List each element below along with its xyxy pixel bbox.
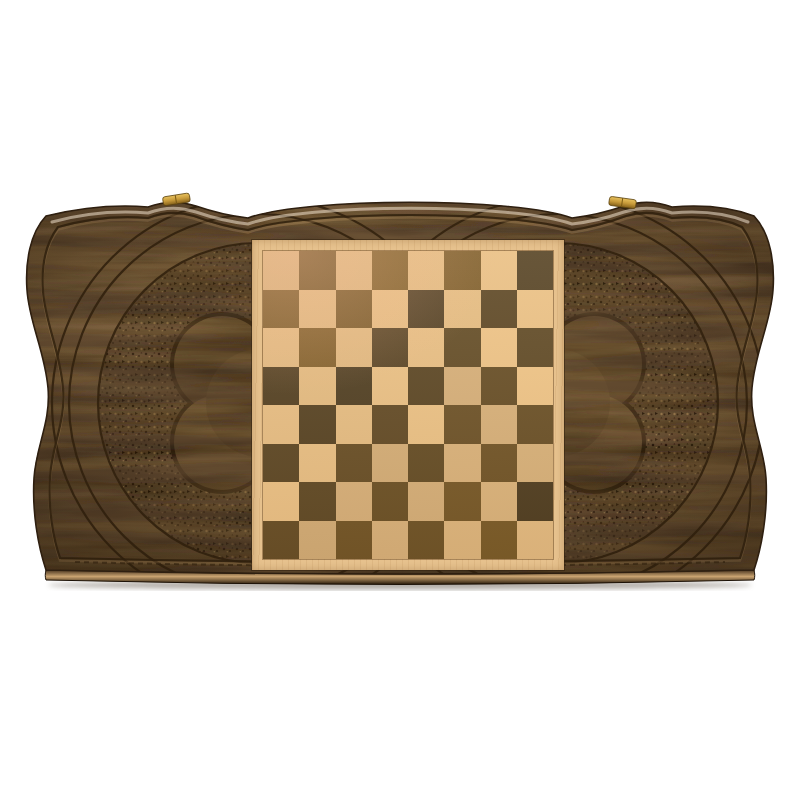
board-square xyxy=(444,444,480,483)
board-square xyxy=(408,251,444,290)
board-square xyxy=(408,328,444,367)
board-square xyxy=(299,444,335,483)
board-square xyxy=(372,444,408,483)
chessboard xyxy=(252,240,564,570)
board-square xyxy=(444,251,480,290)
board-square xyxy=(517,405,553,444)
board-square xyxy=(517,521,553,560)
board-square xyxy=(263,251,299,290)
board-square xyxy=(481,367,517,406)
board-square xyxy=(263,521,299,560)
board-square xyxy=(336,405,372,444)
board-square xyxy=(372,405,408,444)
board-square xyxy=(481,521,517,560)
board-square xyxy=(444,482,480,521)
board-square xyxy=(299,251,335,290)
board-square xyxy=(481,328,517,367)
board-square xyxy=(263,367,299,406)
board-square xyxy=(372,482,408,521)
board-square xyxy=(299,405,335,444)
board-square xyxy=(336,328,372,367)
board-square xyxy=(263,482,299,521)
board-square xyxy=(481,444,517,483)
board-square xyxy=(444,521,480,560)
board-square xyxy=(481,251,517,290)
board-square xyxy=(372,521,408,560)
board-square xyxy=(336,444,372,483)
board-square xyxy=(336,482,372,521)
board-square xyxy=(408,444,444,483)
board-square xyxy=(517,444,553,483)
board-square xyxy=(263,328,299,367)
board-square xyxy=(444,328,480,367)
board-square xyxy=(263,290,299,329)
board-square xyxy=(299,328,335,367)
board-square xyxy=(481,290,517,329)
board-square xyxy=(408,521,444,560)
board-square xyxy=(336,290,372,329)
board-square xyxy=(299,482,335,521)
board-square xyxy=(408,482,444,521)
board-square xyxy=(372,328,408,367)
board-square xyxy=(336,521,372,560)
board-square xyxy=(517,328,553,367)
board-square xyxy=(336,367,372,406)
board-square xyxy=(444,405,480,444)
board-square xyxy=(299,521,335,560)
board-square xyxy=(408,367,444,406)
board-square xyxy=(517,290,553,329)
chessboard-squares xyxy=(263,251,553,559)
board-square xyxy=(408,290,444,329)
board-square xyxy=(481,405,517,444)
board-square xyxy=(444,290,480,329)
board-square xyxy=(517,251,553,290)
board-square xyxy=(444,367,480,406)
board-square xyxy=(408,405,444,444)
board-square xyxy=(372,367,408,406)
board-square xyxy=(299,367,335,406)
board-square xyxy=(372,251,408,290)
board-square xyxy=(517,367,553,406)
product-photo xyxy=(0,0,800,800)
board-square xyxy=(372,290,408,329)
board-square xyxy=(263,405,299,444)
board-square xyxy=(299,290,335,329)
board-square xyxy=(336,251,372,290)
board-square xyxy=(481,482,517,521)
board-square xyxy=(517,482,553,521)
board-square xyxy=(263,444,299,483)
right-hinge-icon xyxy=(609,196,637,209)
